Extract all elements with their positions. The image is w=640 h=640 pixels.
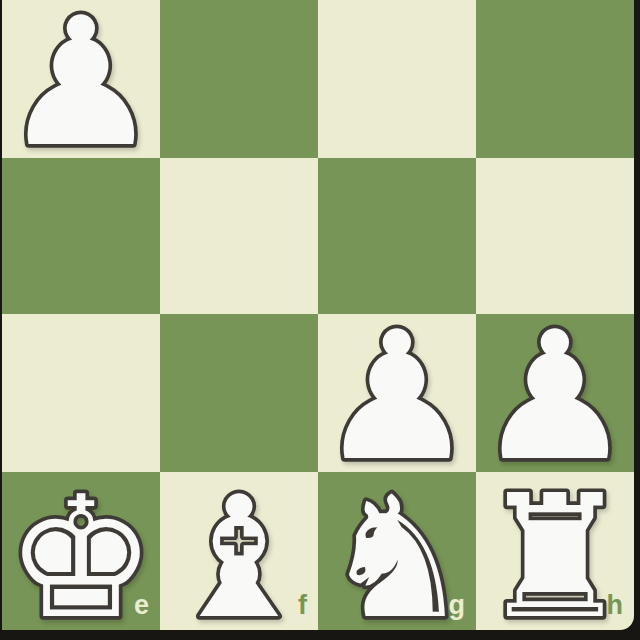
white-pawn[interactable]: ♟: [476, 314, 634, 472]
white-bishop[interactable]: ♝: [160, 472, 318, 630]
square-g1[interactable]: ♞g: [318, 472, 476, 630]
square-g4[interactable]: [318, 0, 476, 158]
square-g3[interactable]: [318, 158, 476, 314]
square-g2[interactable]: ♟: [318, 314, 476, 472]
file-label-f: f: [298, 592, 307, 619]
piece-glyph: ♟: [476, 314, 634, 472]
square-e1[interactable]: ♚e: [2, 472, 160, 630]
file-label-h: h: [607, 592, 624, 619]
piece-glyph: ♝: [164, 472, 314, 630]
file-label-g: g: [449, 592, 466, 619]
square-e3[interactable]: [2, 158, 160, 314]
square-h2[interactable]: ♟: [476, 314, 634, 472]
square-f3[interactable]: [160, 158, 318, 314]
square-f1[interactable]: ♝f: [160, 472, 318, 630]
square-e2[interactable]: [2, 314, 160, 472]
piece-glyph: ♟: [2, 0, 160, 158]
square-h3[interactable]: [476, 158, 634, 314]
square-h4[interactable]: [476, 0, 634, 158]
piece-glyph: ♟: [318, 314, 476, 472]
square-f2[interactable]: [160, 314, 318, 472]
white-pawn[interactable]: ♟: [2, 0, 160, 158]
white-pawn[interactable]: ♟: [318, 314, 476, 472]
square-f4[interactable]: [160, 0, 318, 158]
chess-board: ♟♟♟♚e♝f♞g♜h: [2, 0, 634, 630]
square-e4[interactable]: ♟: [2, 0, 160, 158]
file-label-e: e: [134, 592, 149, 619]
square-h1[interactable]: ♜h: [476, 472, 634, 630]
board-frame: ♟♟♟♚e♝f♞g♜h: [0, 0, 640, 640]
